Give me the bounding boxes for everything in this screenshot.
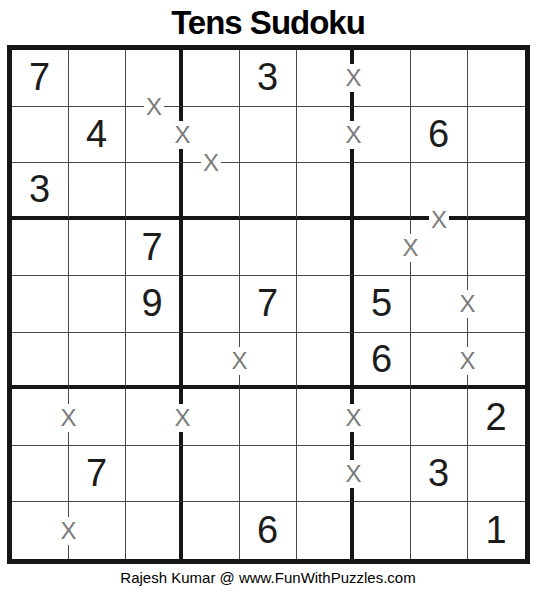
cell-r8c8[interactable]: 3 — [411, 446, 468, 503]
cell-r8c1[interactable] — [12, 446, 69, 503]
cell-r5c3[interactable]: 9 — [126, 276, 183, 333]
x-mark: X — [172, 404, 192, 432]
cell-r7c5[interactable] — [240, 389, 297, 446]
x-mark: X — [58, 517, 78, 545]
cell-r6c2[interactable] — [69, 333, 126, 390]
cell-r8c9[interactable] — [468, 446, 525, 503]
cell-r6c6[interactable] — [297, 333, 354, 390]
x-mark: X — [457, 290, 477, 318]
cell-r8c2[interactable]: 7 — [69, 446, 126, 503]
page-title: Tens Sudoku — [0, 0, 536, 44]
x-mark: X — [144, 93, 164, 121]
cell-r8c4[interactable] — [183, 446, 240, 503]
cell-r2c1[interactable] — [12, 107, 69, 164]
cell-r3c6[interactable] — [297, 163, 354, 220]
sudoku-board: 734637975627361XXXXXXXXXXXXXXX — [7, 45, 530, 564]
x-mark: X — [58, 404, 78, 432]
cell-r9c3[interactable] — [126, 502, 183, 559]
cell-r1c1[interactable]: 7 — [12, 50, 69, 107]
cell-r2c2[interactable]: 4 — [69, 107, 126, 164]
page: Tens Sudoku 734637975627361XXXXXXXXXXXXX… — [0, 0, 536, 589]
cell-r5c4[interactable] — [183, 276, 240, 333]
cell-r1c9[interactable] — [468, 50, 525, 107]
cell-r3c3[interactable] — [126, 163, 183, 220]
cell-r9c8[interactable] — [411, 502, 468, 559]
x-mark: X — [172, 121, 192, 149]
cell-r3c2[interactable] — [69, 163, 126, 220]
cell-r8c5[interactable] — [240, 446, 297, 503]
cell-r9c7[interactable] — [354, 502, 411, 559]
cell-r4c2[interactable] — [69, 220, 126, 277]
x-mark: X — [343, 121, 363, 149]
cell-r3c5[interactable] — [240, 163, 297, 220]
cell-r8c3[interactable] — [126, 446, 183, 503]
cell-r9c9[interactable]: 1 — [468, 502, 525, 559]
cell-r1c8[interactable] — [411, 50, 468, 107]
cell-r4c9[interactable] — [468, 220, 525, 277]
cell-r5c6[interactable] — [297, 276, 354, 333]
cell-r4c5[interactable] — [240, 220, 297, 277]
cell-r2c8[interactable]: 6 — [411, 107, 468, 164]
cell-r5c1[interactable] — [12, 276, 69, 333]
credit-text: Rajesh Kumar @ www.FunWithPuzzles.com — [0, 569, 536, 586]
x-mark: X — [229, 347, 249, 375]
x-mark: X — [343, 460, 363, 488]
cell-r4c1[interactable] — [12, 220, 69, 277]
cell-r9c4[interactable] — [183, 502, 240, 559]
cell-r2c9[interactable] — [468, 107, 525, 164]
cell-r7c9[interactable]: 2 — [468, 389, 525, 446]
cell-r6c7[interactable]: 6 — [354, 333, 411, 390]
cell-r3c1[interactable]: 3 — [12, 163, 69, 220]
cell-r6c3[interactable] — [126, 333, 183, 390]
x-mark: X — [343, 64, 363, 92]
cell-r4c3[interactable]: 7 — [126, 220, 183, 277]
cell-r5c7[interactable]: 5 — [354, 276, 411, 333]
x-mark: X — [400, 234, 420, 262]
cell-r6c1[interactable] — [12, 333, 69, 390]
cell-r3c9[interactable] — [468, 163, 525, 220]
x-mark: X — [429, 206, 449, 234]
x-mark: X — [201, 149, 221, 177]
x-mark: X — [343, 404, 363, 432]
cell-r1c2[interactable] — [69, 50, 126, 107]
cell-r4c4[interactable] — [183, 220, 240, 277]
cell-r2c5[interactable] — [240, 107, 297, 164]
cell-r1c4[interactable] — [183, 50, 240, 107]
cell-r4c6[interactable] — [297, 220, 354, 277]
cell-r9c5[interactable]: 6 — [240, 502, 297, 559]
cell-r9c6[interactable] — [297, 502, 354, 559]
cell-r1c5[interactable]: 3 — [240, 50, 297, 107]
cell-r5c2[interactable] — [69, 276, 126, 333]
cell-r3c7[interactable] — [354, 163, 411, 220]
x-mark: X — [457, 347, 477, 375]
cell-r7c8[interactable] — [411, 389, 468, 446]
cell-r5c5[interactable]: 7 — [240, 276, 297, 333]
